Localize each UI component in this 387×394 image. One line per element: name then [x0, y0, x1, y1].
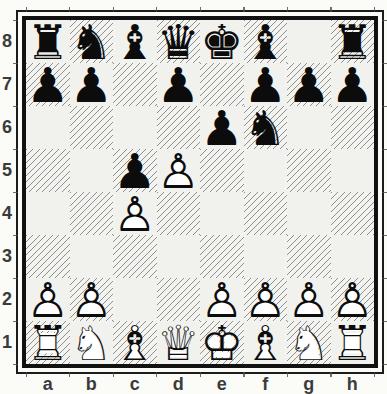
file-label-c: c [113, 374, 157, 394]
square-a3 [26, 235, 70, 278]
square-c2 [113, 278, 157, 321]
white-rook-fill: ♜ [331, 321, 375, 364]
square-d8: ♛ [157, 20, 201, 63]
square-c6 [113, 106, 157, 149]
rank-label-7: 7 [0, 63, 14, 106]
white-queen-fill: ♛ [157, 321, 201, 364]
white-pawn-fill: ♟ [244, 278, 288, 321]
white-knight-fill: ♞ [70, 321, 114, 364]
black-pawn: ♟ [331, 63, 375, 106]
square-f5 [244, 149, 288, 192]
white-pawn-fill: ♟ [26, 278, 70, 321]
square-f7: ♟ [244, 63, 288, 106]
white-pawn-fill: ♟ [331, 278, 375, 321]
black-pawn: ♟ [26, 63, 70, 106]
rank-labels: 87654321 [0, 20, 14, 364]
white-rook: ♖ [331, 321, 375, 364]
square-e7 [200, 63, 244, 106]
square-g8 [287, 20, 331, 63]
square-b5 [70, 149, 114, 192]
white-pawn: ♙ [287, 278, 331, 321]
square-h1: ♜♖ [331, 321, 375, 364]
square-a1: ♜♖ [26, 321, 70, 364]
white-bishop: ♗ [113, 321, 157, 364]
black-bishop: ♝ [113, 20, 157, 63]
white-pawn: ♙ [200, 278, 244, 321]
square-g4 [287, 192, 331, 235]
square-e4 [200, 192, 244, 235]
chess-diagram: 87654321 ♜♞♝♛♚♝♜♟♟♟♟♟♟♟♞♟♟♙♟♙♟♙♟♙♟♙♟♙♟♙♟… [0, 0, 387, 394]
square-e2: ♟♙ [200, 278, 244, 321]
black-bishop: ♝ [244, 20, 288, 63]
square-c3 [113, 235, 157, 278]
file-label-d: d [157, 374, 201, 394]
rank-label-1: 1 [0, 321, 14, 364]
white-queen: ♕ [157, 321, 201, 364]
square-b8: ♞ [70, 20, 114, 63]
square-e6: ♟ [200, 106, 244, 149]
white-king-fill: ♚ [200, 321, 244, 364]
square-c5: ♟ [113, 149, 157, 192]
white-pawn: ♙ [244, 278, 288, 321]
square-d4 [157, 192, 201, 235]
square-h7: ♟ [331, 63, 375, 106]
square-e3 [200, 235, 244, 278]
square-d7: ♟ [157, 63, 201, 106]
square-f6: ♞ [244, 106, 288, 149]
square-c8: ♝ [113, 20, 157, 63]
file-label-e: e [200, 374, 244, 394]
rank-label-8: 8 [0, 20, 14, 63]
rank-label-3: 3 [0, 235, 14, 278]
square-a4 [26, 192, 70, 235]
square-g3 [287, 235, 331, 278]
black-rook: ♜ [331, 20, 375, 63]
square-h3 [331, 235, 375, 278]
file-label-f: f [244, 374, 288, 394]
white-pawn: ♙ [113, 192, 157, 235]
square-a8: ♜ [26, 20, 70, 63]
square-d2 [157, 278, 201, 321]
white-pawn-fill: ♟ [113, 192, 157, 235]
border-tick-marks-left [13, 20, 18, 365]
square-a2: ♟♙ [26, 278, 70, 321]
black-knight: ♞ [70, 20, 114, 63]
black-pawn: ♟ [70, 63, 114, 106]
board-frame: ♜♞♝♛♚♝♜♟♟♟♟♟♟♟♞♟♟♙♟♙♟♙♟♙♟♙♟♙♟♙♟♙♜♖♞♘♝♗♛♕… [16, 10, 384, 374]
black-rook: ♜ [26, 20, 70, 63]
square-f2: ♟♙ [244, 278, 288, 321]
file-label-g: g [287, 374, 331, 394]
white-bishop-fill: ♝ [244, 321, 288, 364]
square-g7: ♟ [287, 63, 331, 106]
square-h5 [331, 149, 375, 192]
square-h6 [331, 106, 375, 149]
file-label-a: a [26, 374, 70, 394]
square-e1: ♚♔ [200, 321, 244, 364]
white-knight: ♘ [70, 321, 114, 364]
square-a6 [26, 106, 70, 149]
square-f4 [244, 192, 288, 235]
white-pawn: ♙ [26, 278, 70, 321]
white-pawn: ♙ [331, 278, 375, 321]
square-e8: ♚ [200, 20, 244, 63]
border-tick-marks-top [26, 7, 375, 12]
square-g6 [287, 106, 331, 149]
chess-board: ♜♞♝♛♚♝♜♟♟♟♟♟♟♟♞♟♟♙♟♙♟♙♟♙♟♙♟♙♟♙♟♙♜♖♞♘♝♗♛♕… [26, 20, 374, 364]
square-e5 [200, 149, 244, 192]
rank-label-5: 5 [0, 149, 14, 192]
square-g1: ♞♘ [287, 321, 331, 364]
square-d5: ♟♙ [157, 149, 201, 192]
black-pawn: ♟ [244, 63, 288, 106]
white-pawn: ♙ [157, 149, 201, 192]
square-b4 [70, 192, 114, 235]
square-g5 [287, 149, 331, 192]
square-f3 [244, 235, 288, 278]
square-f8: ♝ [244, 20, 288, 63]
white-rook-fill: ♜ [26, 321, 70, 364]
white-knight: ♘ [287, 321, 331, 364]
square-c4: ♟♙ [113, 192, 157, 235]
white-bishop-fill: ♝ [113, 321, 157, 364]
square-b7: ♟ [70, 63, 114, 106]
black-pawn: ♟ [113, 149, 157, 192]
square-d6 [157, 106, 201, 149]
file-label-h: h [331, 374, 375, 394]
square-a7: ♟ [26, 63, 70, 106]
square-b1: ♞♘ [70, 321, 114, 364]
rank-label-2: 2 [0, 278, 14, 321]
black-pawn: ♟ [200, 106, 244, 149]
square-b2: ♟♙ [70, 278, 114, 321]
square-a5 [26, 149, 70, 192]
black-queen: ♛ [157, 20, 201, 63]
white-pawn-fill: ♟ [157, 149, 201, 192]
square-b3 [70, 235, 114, 278]
square-f1: ♝♗ [244, 321, 288, 364]
file-label-b: b [70, 374, 114, 394]
black-pawn: ♟ [157, 63, 201, 106]
square-c7 [113, 63, 157, 106]
white-pawn-fill: ♟ [287, 278, 331, 321]
white-pawn-fill: ♟ [70, 278, 114, 321]
board-inner-border: ♜♞♝♛♚♝♜♟♟♟♟♟♟♟♞♟♟♙♟♙♟♙♟♙♟♙♟♙♟♙♟♙♜♖♞♘♝♗♛♕… [22, 16, 378, 368]
square-h2: ♟♙ [331, 278, 375, 321]
square-h4 [331, 192, 375, 235]
black-knight: ♞ [244, 106, 288, 149]
rank-label-6: 6 [0, 106, 14, 149]
border-tick-marks-right [382, 20, 387, 365]
file-labels: abcdefgh [26, 374, 374, 394]
square-d3 [157, 235, 201, 278]
square-b6 [70, 106, 114, 149]
white-rook: ♖ [26, 321, 70, 364]
black-king: ♚ [200, 20, 244, 63]
white-pawn: ♙ [70, 278, 114, 321]
square-c1: ♝♗ [113, 321, 157, 364]
white-king: ♔ [200, 321, 244, 364]
black-pawn: ♟ [287, 63, 331, 106]
white-pawn-fill: ♟ [200, 278, 244, 321]
white-bishop: ♗ [244, 321, 288, 364]
square-h8: ♜ [331, 20, 375, 63]
square-g2: ♟♙ [287, 278, 331, 321]
rank-label-4: 4 [0, 192, 14, 235]
square-d1: ♛♕ [157, 321, 201, 364]
white-knight-fill: ♞ [287, 321, 331, 364]
